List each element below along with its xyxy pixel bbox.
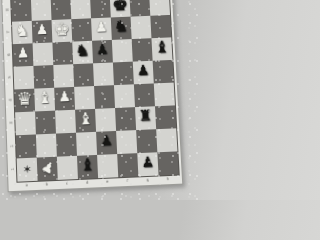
square-f2 — [116, 130, 137, 154]
rank-label: 8 — [0, 6, 19, 14]
file-label: c — [57, 179, 77, 188]
square-f4 — [114, 84, 135, 108]
square-g7 — [131, 16, 152, 39]
square-h1 — [157, 151, 178, 175]
square-f1 — [117, 153, 138, 177]
square-h2 — [156, 128, 177, 152]
piece-white-bishop-b4: ♝ — [34, 86, 55, 110]
piece-black-pawn-e6: ♟ — [92, 38, 113, 61]
file-label: b — [37, 180, 57, 189]
piece-black-bishop-h6: ♝ — [151, 35, 172, 58]
square-g5: ♟ — [133, 61, 154, 85]
file-label: a — [16, 181, 36, 190]
piece-white-pawn-e7: ♟ — [91, 16, 112, 39]
square-h3 — [155, 105, 176, 129]
piece-black-pawn-g5: ♟ — [133, 59, 154, 83]
file-label: d — [77, 178, 98, 187]
square-g1: ♟ — [137, 152, 158, 176]
piece-black-knight-d6: ♞ — [72, 39, 93, 62]
piece-black-bishop-d1: ♝ — [77, 153, 98, 177]
square-h6: ♝ — [151, 37, 172, 60]
piece-white-pawn-b7: ♟ — [32, 18, 53, 41]
chess-board: 87654321 abcdefgh ♚♞♟♚♟♞♟♞♟♝♟♛♝♟♝♜♟✶♟♝♟ — [1, 0, 183, 192]
square-b1: ♟ — [37, 157, 58, 181]
piece-black-king-f8: ♚ — [110, 0, 131, 16]
file-label: g — [137, 176, 158, 185]
square-h4 — [154, 83, 175, 107]
square-g3: ♜ — [135, 106, 156, 130]
square-e4 — [94, 85, 115, 109]
square-e6: ♟ — [92, 40, 113, 63]
square-e5 — [93, 62, 114, 86]
piece-black-pawn-g1: ♟ — [137, 150, 158, 174]
square-b3 — [35, 111, 56, 135]
square-d1: ♝ — [77, 155, 98, 179]
square-c1 — [57, 156, 78, 180]
piece-white-pawn-a6: ♟ — [13, 41, 34, 64]
rank-label: 5 — [0, 73, 21, 81]
square-g8 — [129, 0, 150, 17]
square-h8 — [149, 0, 170, 16]
photo-of-chessboard: { "game": "chess", "scene": "overhead gr… — [0, 0, 200, 200]
square-d3: ♝ — [75, 109, 96, 133]
piece-black-knight-f7: ♞ — [111, 15, 132, 38]
piece-white-knight-a7: ♞ — [12, 19, 33, 42]
square-e1 — [97, 154, 118, 178]
square-h5 — [153, 60, 174, 84]
square-c3 — [55, 110, 76, 134]
file-label: e — [97, 177, 118, 186]
rank-label: 2 — [0, 142, 23, 150]
board-grid: ♚♞♟♚♟♞♟♞♟♝♟♛♝♟♝♜♟✶♟♝♟ — [10, 0, 180, 183]
square-f3 — [115, 107, 136, 131]
file-label: f — [117, 176, 138, 185]
square-d6: ♞ — [72, 41, 93, 64]
square-b4: ♝ — [34, 88, 55, 112]
piece-white-king-c7: ♚ — [51, 17, 72, 40]
piece-white-queen-a4: ♛ — [14, 87, 35, 111]
square-d5 — [73, 63, 94, 87]
square-c2 — [56, 133, 77, 157]
piece-white-bishop-d3: ♝ — [75, 107, 96, 131]
square-f5 — [113, 62, 134, 86]
file-label: h — [158, 175, 179, 184]
square-f7: ♞ — [111, 17, 132, 40]
square-c7: ♚ — [52, 19, 73, 42]
square-e2: ♟ — [96, 131, 117, 155]
piece-black-pawn-e2: ♟ — [96, 129, 117, 153]
rank-label: 3 — [0, 119, 23, 127]
square-b6 — [33, 42, 54, 65]
square-c6 — [52, 42, 73, 65]
square-b7: ♟ — [32, 20, 53, 43]
square-c4: ♟ — [54, 87, 75, 111]
piece-white-pawn-c4: ♟ — [54, 85, 75, 109]
square-a6: ♟ — [13, 43, 34, 66]
square-f6 — [112, 39, 133, 62]
piece-black-rook-g3: ♜ — [135, 104, 156, 128]
square-a4: ♛ — [14, 89, 35, 113]
square-d8 — [70, 0, 91, 19]
